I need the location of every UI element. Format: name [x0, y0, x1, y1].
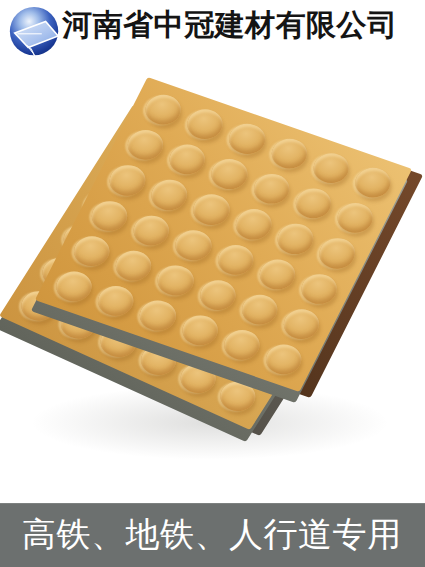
header: 河南省中冠建材有限公司 — [0, 0, 425, 70]
tactile-stud — [87, 196, 134, 235]
tactile-stud — [104, 161, 151, 200]
tactile-stud — [170, 225, 217, 264]
tactile-stud — [51, 267, 98, 306]
company-name: 河南省中冠建材有限公司 — [62, 8, 418, 42]
tactile-stud — [248, 169, 295, 208]
tactile-stud — [93, 281, 140, 320]
tactile-stud — [272, 219, 319, 258]
tactile-stud — [146, 176, 193, 215]
tactile-stud — [135, 296, 182, 335]
tactile-stud — [332, 199, 379, 238]
tactile-stud — [308, 149, 355, 188]
tactile-stud — [177, 311, 224, 350]
product-photo — [0, 70, 425, 503]
tactile-stud — [164, 140, 211, 179]
footer-banner: 高铁、地铁、人行道专用 — [0, 503, 425, 567]
tactile-stud — [182, 105, 229, 144]
tactile-stud — [314, 234, 361, 273]
tactile-stud — [218, 325, 265, 364]
tactile-stud — [212, 240, 259, 279]
tactile-stud — [254, 255, 301, 294]
tactile-stud — [290, 184, 337, 223]
tactile-stud — [69, 232, 116, 271]
tactile-stud — [278, 305, 325, 344]
company-logo-icon — [8, 6, 62, 64]
tactile-stud — [140, 90, 187, 129]
tactile-stud — [206, 155, 253, 194]
tactile-stud — [266, 134, 313, 173]
tactile-stud — [296, 269, 343, 308]
tactile-stud — [194, 275, 241, 314]
footer-caption: 高铁、地铁、人行道专用 — [0, 504, 425, 566]
tactile-stud — [236, 290, 283, 329]
tactile-stud — [128, 211, 175, 250]
tactile-stud — [122, 126, 169, 165]
tactile-stud — [350, 163, 397, 202]
tactile-stud — [188, 190, 235, 229]
tactile-stud — [111, 246, 158, 285]
tactile-stud — [224, 119, 271, 158]
tactile-stud — [230, 205, 277, 244]
tactile-stud — [260, 340, 307, 379]
tactile-stud — [153, 261, 200, 300]
